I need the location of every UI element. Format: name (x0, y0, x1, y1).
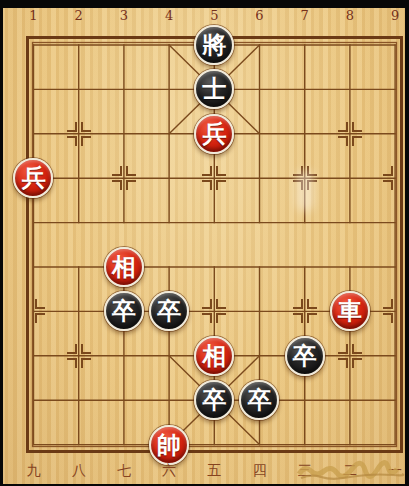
piece-black-advisor[interactable]: 士 (194, 69, 234, 109)
piece-red-elephant-1[interactable]: 相 (104, 247, 144, 287)
file-label-top-5: 5 (210, 8, 218, 23)
piece-black-soldier-1[interactable]: 卒 (104, 291, 144, 331)
point-marker (65, 120, 93, 148)
file-label-top-9: 9 (391, 8, 399, 23)
piece-black-soldier-5[interactable]: 卒 (239, 380, 279, 420)
point-marker (65, 342, 93, 370)
file-label-bottom-2: 八 (72, 462, 86, 480)
piece-black-soldier-2[interactable]: 卒 (149, 291, 189, 331)
file-label-top-7: 7 (301, 8, 309, 23)
piece-red-elephant-2[interactable]: 相 (194, 336, 234, 376)
point-marker (200, 164, 228, 192)
file-label-bottom-5: 五 (207, 462, 221, 480)
piece-red-soldier-1[interactable]: 兵 (194, 114, 234, 154)
file-label-top-8: 8 (346, 8, 354, 23)
xiangqi-board-screenshot: 將士兵兵相卒卒車相卒卒卒帥 123456789九八七六五四三二一 (0, 0, 409, 486)
piece-red-chariot[interactable]: 車 (330, 291, 370, 331)
point-marker (110, 164, 138, 192)
piece-black-soldier-3[interactable]: 卒 (285, 336, 325, 376)
point-marker (19, 297, 47, 325)
file-label-top-2: 2 (75, 8, 83, 23)
file-label-bottom-6: 四 (253, 462, 267, 480)
screen-top-bar (0, 0, 409, 8)
file-label-top-3: 3 (120, 8, 128, 23)
file-label-bottom-4: 六 (162, 462, 176, 480)
point-marker (336, 120, 364, 148)
watermark-scribble (294, 457, 406, 485)
file-label-top-4: 4 (165, 8, 173, 23)
piece-black-soldier-4[interactable]: 卒 (194, 380, 234, 420)
file-label-bottom-1: 九 (27, 462, 41, 480)
file-label-top-6: 6 (255, 8, 263, 23)
screen-left-edge (0, 0, 3, 486)
piece-red-general[interactable]: 帥 (149, 425, 189, 465)
smudge-mark (296, 170, 314, 212)
file-label-bottom-3: 七 (117, 462, 131, 480)
board-grid: 將士兵兵相卒卒車相卒卒卒帥 (11, 23, 409, 467)
point-marker (291, 297, 319, 325)
file-label-top-1: 1 (29, 8, 37, 23)
screen-right-edge (405, 0, 409, 486)
piece-black-general[interactable]: 將 (194, 25, 234, 65)
point-marker (200, 297, 228, 325)
piece-red-soldier-2[interactable]: 兵 (13, 158, 53, 198)
point-marker (336, 342, 364, 370)
